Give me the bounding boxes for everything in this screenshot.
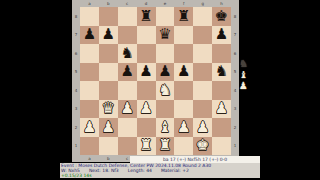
white-pawn-icon: ♟	[83, 120, 96, 135]
square-h5[interactable]: ♞	[212, 63, 231, 82]
square-a8[interactable]	[80, 7, 99, 26]
white-pawn-icon: ♟	[102, 120, 115, 135]
file-label-d: d	[137, 0, 156, 7]
next-move-label: Next: 18. Nf3	[89, 168, 119, 173]
black-queen-icon: ♛	[158, 27, 171, 42]
square-d3[interactable]: ♟	[137, 100, 156, 119]
square-f2[interactable]: ♟	[174, 118, 193, 137]
square-d4[interactable]	[137, 81, 156, 100]
square-c6[interactable]: ♞	[118, 44, 137, 63]
square-h1[interactable]	[212, 137, 231, 156]
black-pawn-icon: ♟	[139, 64, 152, 79]
square-a3[interactable]	[80, 100, 99, 119]
chess-board: ♜♜♚♟♟♛♟♞♟♟♟♟♞♞♛♟♟♟♟♟♝♟♟♜♜♚	[80, 7, 231, 155]
square-a6[interactable]	[80, 44, 99, 63]
rank-label-3: 3	[72, 100, 80, 119]
square-e3[interactable]	[156, 100, 175, 119]
square-b2[interactable]: ♟	[99, 118, 118, 137]
file-label-a: a	[80, 0, 99, 7]
square-e4[interactable]: ♞	[156, 81, 175, 100]
app: { "game": { "name": "chess", "variant": …	[0, 0, 320, 180]
square-b5[interactable]	[99, 63, 118, 82]
black-pawn-icon: ♟	[177, 64, 190, 79]
square-h4[interactable]	[212, 81, 231, 100]
material-label: Material: +2	[161, 168, 189, 173]
square-g2[interactable]: ♟	[193, 118, 212, 137]
white-rook-icon: ♜	[139, 138, 152, 153]
square-b4[interactable]	[99, 81, 118, 100]
square-d5[interactable]: ♟	[137, 63, 156, 82]
black-king-icon: ♚	[215, 9, 228, 24]
square-a1[interactable]	[80, 137, 99, 156]
rank-label-4: 4	[72, 81, 80, 100]
black-pawn-icon: ♟	[102, 27, 115, 42]
black-pawn-icon: ♟	[83, 27, 96, 42]
rank-label-3: 3	[231, 100, 239, 119]
square-c3[interactable]: ♟	[118, 100, 137, 119]
material-tray: ♞♝♟	[236, 58, 251, 91]
square-e5[interactable]: ♟	[156, 63, 175, 82]
white-pawn-icon: ♟	[239, 80, 248, 91]
board-frame: abcdefgh 87654321 ♜♜♚♟♟♛♟♞♟♟♟♟♞♞♛♟♟♟♟♟♝♟…	[72, 0, 239, 162]
square-h6[interactable]	[212, 44, 231, 63]
moves-bar: ba 17 (+-) Nxf5h 17 (+-) 0-0	[130, 156, 260, 163]
black-knight-icon: ♞	[120, 46, 133, 61]
rank-label-7: 7	[231, 26, 239, 45]
file-label-e: e	[156, 0, 175, 7]
black-knight-icon: ♞	[215, 64, 228, 79]
status-panel: Event : Moses Dutch Defense, Center PW 2…	[60, 163, 260, 178]
square-e7[interactable]: ♛	[156, 26, 175, 45]
square-e6[interactable]	[156, 44, 175, 63]
white-pawn-icon: ♟	[120, 101, 133, 116]
square-d8[interactable]: ♜	[137, 7, 156, 26]
square-f1[interactable]	[174, 137, 193, 156]
square-b8[interactable]	[99, 7, 118, 26]
black-pawn-icon: ♟	[120, 64, 133, 79]
rank-labels-left: 87654321	[72, 7, 80, 155]
file-label-f: f	[174, 0, 193, 7]
border-corner	[72, 0, 80, 7]
square-c7[interactable]	[118, 26, 137, 45]
rank-label-2: 2	[72, 118, 80, 137]
white-bishop-icon: ♝	[239, 69, 248, 80]
file-label-g: g	[193, 0, 212, 7]
square-c8[interactable]	[118, 7, 137, 26]
square-c2[interactable]	[118, 118, 137, 137]
square-f8[interactable]: ♜	[174, 7, 193, 26]
square-f7[interactable]	[174, 26, 193, 45]
file-label-b: b	[99, 0, 118, 7]
white-queen-icon: ♛	[102, 101, 115, 116]
square-h3[interactable]: ♟	[212, 100, 231, 119]
square-d6[interactable]	[137, 44, 156, 63]
square-g3[interactable]	[193, 100, 212, 119]
black-rook-icon: ♜	[139, 9, 152, 24]
square-g8[interactable]	[193, 7, 212, 26]
square-c5[interactable]: ♟	[118, 63, 137, 82]
square-a2[interactable]: ♟	[80, 118, 99, 137]
white-knight-icon: ♞	[158, 83, 171, 98]
white-pawn-icon: ♟	[177, 120, 190, 135]
file-label-c: c	[118, 0, 137, 7]
white-pawn-icon: ♟	[215, 101, 228, 116]
square-h7[interactable]: ♟	[212, 26, 231, 45]
square-h8[interactable]: ♚	[212, 7, 231, 26]
square-g1[interactable]: ♚	[193, 137, 212, 156]
square-b7[interactable]: ♟	[99, 26, 118, 45]
black-rook-icon: ♜	[177, 9, 190, 24]
square-b6[interactable]	[99, 44, 118, 63]
black-pawn-icon: ♟	[215, 27, 228, 42]
black-pawn-icon: ♟	[158, 64, 171, 79]
square-c4[interactable]	[118, 81, 137, 100]
file-label-h: h	[212, 0, 231, 7]
square-e1[interactable]: ♜	[156, 137, 175, 156]
rank-label-1: 1	[72, 137, 80, 156]
engine-eval: +0.15/23 14s	[60, 173, 260, 178]
square-e8[interactable]	[156, 7, 175, 26]
square-d2[interactable]	[137, 118, 156, 137]
white-rook-icon: ♜	[158, 138, 171, 153]
square-g7[interactable]	[193, 26, 212, 45]
rank-label-2: 2	[231, 118, 239, 137]
rank-label-6: 6	[72, 44, 80, 63]
square-h2[interactable]	[212, 118, 231, 137]
square-g6[interactable]	[193, 44, 212, 63]
border-corner	[72, 155, 80, 162]
square-b3[interactable]: ♛	[99, 100, 118, 119]
white-bishop-icon: ♝	[158, 120, 171, 135]
length-label: Length: 44	[128, 168, 152, 173]
rank-label-8: 8	[72, 7, 80, 26]
square-a7[interactable]: ♟	[80, 26, 99, 45]
square-f4[interactable]	[174, 81, 193, 100]
square-d1[interactable]: ♜	[137, 137, 156, 156]
white-pawn-icon: ♟	[139, 101, 152, 116]
file-label-b: b	[99, 155, 118, 162]
white-king-icon: ♚	[196, 138, 209, 153]
square-f6[interactable]	[174, 44, 193, 63]
square-e2[interactable]: ♝	[156, 118, 175, 137]
square-g5[interactable]	[193, 63, 212, 82]
border-corner	[231, 0, 239, 7]
square-a4[interactable]	[80, 81, 99, 100]
file-labels-top: abcdefgh	[80, 0, 231, 7]
square-b1[interactable]	[99, 137, 118, 156]
square-d7[interactable]	[137, 26, 156, 45]
square-c1[interactable]	[118, 137, 137, 156]
white-pawn-icon: ♟	[196, 120, 209, 135]
rank-label-8: 8	[231, 7, 239, 26]
square-f5[interactable]: ♟	[174, 63, 193, 82]
black-knight-icon: ♞	[239, 58, 248, 69]
file-label-a: a	[80, 155, 99, 162]
square-g4[interactable]	[193, 81, 212, 100]
rank-label-5: 5	[72, 63, 80, 82]
square-f3[interactable]	[174, 100, 193, 119]
rank-label-1: 1	[231, 137, 239, 156]
rank-label-7: 7	[72, 26, 80, 45]
square-a5[interactable]	[80, 63, 99, 82]
